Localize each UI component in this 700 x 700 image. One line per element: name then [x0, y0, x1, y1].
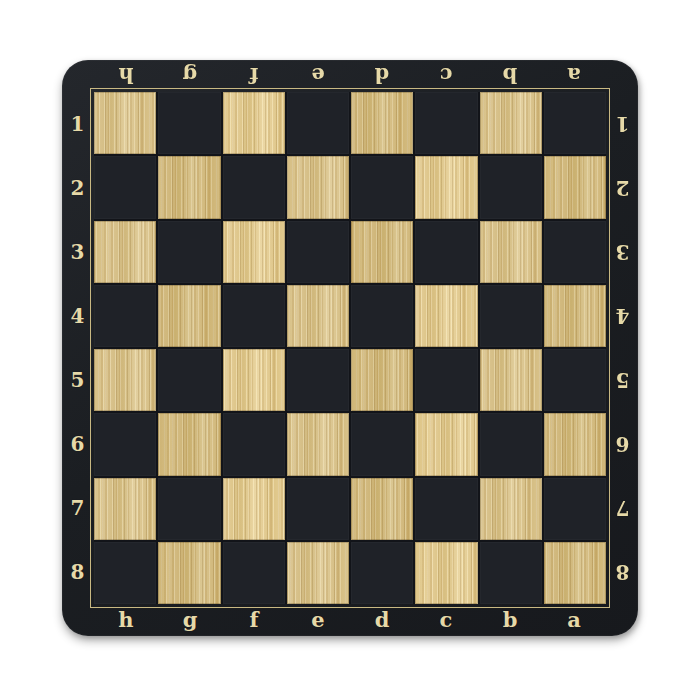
square-d3[interactable]	[351, 221, 413, 283]
square-d4[interactable]	[351, 285, 413, 347]
file-bottom-label-d: d	[350, 605, 414, 633]
rank-left-label-4: 4	[63, 284, 92, 348]
square-g4[interactable]	[158, 285, 220, 347]
square-h1[interactable]	[94, 92, 156, 154]
file-bottom-label-f: f	[222, 605, 286, 633]
square-e4[interactable]	[287, 285, 349, 347]
rank-right-label-7: 7	[608, 476, 637, 540]
square-c5[interactable]	[415, 349, 477, 411]
square-d8[interactable]	[351, 542, 413, 604]
rank-labels-left: 12345678	[63, 92, 92, 604]
square-f6[interactable]	[223, 413, 285, 475]
square-f3[interactable]	[223, 221, 285, 283]
square-e6[interactable]	[287, 413, 349, 475]
square-a2[interactable]	[544, 156, 606, 218]
square-c4[interactable]	[415, 285, 477, 347]
square-h2[interactable]	[94, 156, 156, 218]
square-a6[interactable]	[544, 413, 606, 475]
square-h6[interactable]	[94, 413, 156, 475]
square-b4[interactable]	[480, 285, 542, 347]
square-f8[interactable]	[223, 542, 285, 604]
file-top-label-c: c	[414, 62, 478, 90]
file-bottom-label-h: h	[94, 605, 158, 633]
square-f4[interactable]	[223, 285, 285, 347]
rank-left-label-1: 1	[63, 92, 92, 156]
square-d2[interactable]	[351, 156, 413, 218]
square-d5[interactable]	[351, 349, 413, 411]
file-top-label-f: f	[222, 62, 286, 90]
rank-right-label-6: 6	[608, 412, 637, 476]
square-b7[interactable]	[480, 478, 542, 540]
rank-left-label-8: 8	[63, 540, 92, 604]
rank-right-label-5: 5	[608, 348, 637, 412]
square-e7[interactable]	[287, 478, 349, 540]
square-c3[interactable]	[415, 221, 477, 283]
square-g6[interactable]	[158, 413, 220, 475]
square-d7[interactable]	[351, 478, 413, 540]
square-g1[interactable]	[158, 92, 220, 154]
square-h7[interactable]	[94, 478, 156, 540]
file-top-label-h: h	[94, 62, 158, 90]
square-g8[interactable]	[158, 542, 220, 604]
square-a8[interactable]	[544, 542, 606, 604]
rank-right-label-4: 4	[608, 284, 637, 348]
square-a5[interactable]	[544, 349, 606, 411]
square-b5[interactable]	[480, 349, 542, 411]
square-g7[interactable]	[158, 478, 220, 540]
rank-labels-right: 12345678	[608, 92, 637, 604]
file-bottom-label-e: e	[286, 605, 350, 633]
square-h5[interactable]	[94, 349, 156, 411]
square-c8[interactable]	[415, 542, 477, 604]
square-e2[interactable]	[287, 156, 349, 218]
rank-left-label-5: 5	[63, 348, 92, 412]
square-b8[interactable]	[480, 542, 542, 604]
rank-left-label-6: 6	[63, 412, 92, 476]
square-c6[interactable]	[415, 413, 477, 475]
file-bottom-label-a: a	[542, 605, 606, 633]
square-b1[interactable]	[480, 92, 542, 154]
square-c2[interactable]	[415, 156, 477, 218]
square-b3[interactable]	[480, 221, 542, 283]
square-e5[interactable]	[287, 349, 349, 411]
square-g3[interactable]	[158, 221, 220, 283]
file-bottom-label-c: c	[414, 605, 478, 633]
file-top-label-e: e	[286, 62, 350, 90]
file-bottom-label-g: g	[158, 605, 222, 633]
square-h4[interactable]	[94, 285, 156, 347]
file-top-label-g: g	[158, 62, 222, 90]
chess-board: hgfedcba hgfedcba 12345678 12345678	[62, 60, 638, 636]
file-bottom-label-b: b	[478, 605, 542, 633]
square-d1[interactable]	[351, 92, 413, 154]
file-labels-top: hgfedcba	[94, 62, 606, 90]
rank-right-label-3: 3	[608, 220, 637, 284]
square-f7[interactable]	[223, 478, 285, 540]
square-f5[interactable]	[223, 349, 285, 411]
rank-right-label-2: 2	[608, 156, 637, 220]
square-d6[interactable]	[351, 413, 413, 475]
square-b2[interactable]	[480, 156, 542, 218]
square-e3[interactable]	[287, 221, 349, 283]
file-labels-bottom: hgfedcba	[94, 605, 606, 633]
page-background: hgfedcba hgfedcba 12345678 12345678	[0, 0, 700, 700]
square-f1[interactable]	[223, 92, 285, 154]
board-squares	[94, 92, 606, 604]
file-top-label-d: d	[350, 62, 414, 90]
rank-right-label-1: 1	[608, 92, 637, 156]
square-a7[interactable]	[544, 478, 606, 540]
square-a4[interactable]	[544, 285, 606, 347]
square-c1[interactable]	[415, 92, 477, 154]
square-g5[interactable]	[158, 349, 220, 411]
square-h8[interactable]	[94, 542, 156, 604]
square-c7[interactable]	[415, 478, 477, 540]
square-a3[interactable]	[544, 221, 606, 283]
square-e8[interactable]	[287, 542, 349, 604]
rank-left-label-2: 2	[63, 156, 92, 220]
square-a1[interactable]	[544, 92, 606, 154]
rank-right-label-8: 8	[608, 540, 637, 604]
square-f2[interactable]	[223, 156, 285, 218]
square-b6[interactable]	[480, 413, 542, 475]
rank-left-label-3: 3	[63, 220, 92, 284]
rank-left-label-7: 7	[63, 476, 92, 540]
square-h3[interactable]	[94, 221, 156, 283]
square-g2[interactable]	[158, 156, 220, 218]
square-e1[interactable]	[287, 92, 349, 154]
file-top-label-a: a	[542, 62, 606, 90]
file-top-label-b: b	[478, 62, 542, 90]
